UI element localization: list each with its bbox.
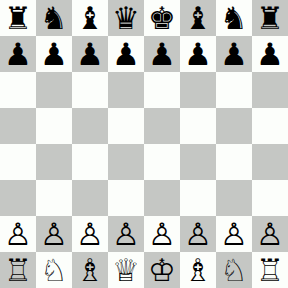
square-d2[interactable]: ♙	[108, 216, 144, 252]
square-d4[interactable]	[108, 144, 144, 180]
square-e8[interactable]: ♚	[144, 0, 180, 36]
square-g1[interactable]: ♘	[216, 252, 252, 288]
square-a1[interactable]: ♖	[0, 252, 36, 288]
piece-white-knight[interactable]: ♘	[220, 252, 248, 288]
square-c4[interactable]	[72, 144, 108, 180]
piece-white-pawn[interactable]: ♙	[40, 216, 68, 252]
square-c8[interactable]: ♝	[72, 0, 108, 36]
square-d8[interactable]: ♛	[108, 0, 144, 36]
square-e1[interactable]: ♔	[144, 252, 180, 288]
square-f6[interactable]	[180, 72, 216, 108]
piece-white-pawn[interactable]: ♙	[112, 216, 140, 252]
square-a3[interactable]	[0, 180, 36, 216]
square-a4[interactable]	[0, 144, 36, 180]
square-b3[interactable]	[36, 180, 72, 216]
square-e6[interactable]	[144, 72, 180, 108]
square-f8[interactable]: ♝	[180, 0, 216, 36]
square-h3[interactable]	[252, 180, 288, 216]
piece-black-queen[interactable]: ♛	[112, 0, 140, 36]
piece-black-knight[interactable]: ♞	[40, 0, 68, 36]
square-f2[interactable]: ♙	[180, 216, 216, 252]
square-h2[interactable]: ♙	[252, 216, 288, 252]
square-f5[interactable]	[180, 108, 216, 144]
square-e5[interactable]	[144, 108, 180, 144]
piece-white-queen[interactable]: ♕	[112, 252, 140, 288]
square-b4[interactable]	[36, 144, 72, 180]
square-a6[interactable]	[0, 72, 36, 108]
piece-white-rook[interactable]: ♖	[4, 252, 32, 288]
square-g7[interactable]: ♟	[216, 36, 252, 72]
piece-black-knight[interactable]: ♞	[220, 0, 248, 36]
square-h5[interactable]	[252, 108, 288, 144]
square-d5[interactable]	[108, 108, 144, 144]
square-a8[interactable]: ♜	[0, 0, 36, 36]
piece-black-pawn[interactable]: ♟	[148, 36, 176, 72]
square-c6[interactable]	[72, 72, 108, 108]
square-h4[interactable]	[252, 144, 288, 180]
square-d6[interactable]	[108, 72, 144, 108]
piece-black-bishop[interactable]: ♝	[76, 0, 104, 36]
square-b8[interactable]: ♞	[36, 0, 72, 36]
square-g8[interactable]: ♞	[216, 0, 252, 36]
square-h8[interactable]: ♜	[252, 0, 288, 36]
square-b1[interactable]: ♘	[36, 252, 72, 288]
square-f7[interactable]: ♟	[180, 36, 216, 72]
chess-board: ♜♞♝♛♚♝♞♜♟♟♟♟♟♟♟♟♙♙♙♙♙♙♙♙♖♘♗♕♔♗♘♖	[0, 0, 288, 288]
square-g2[interactable]: ♙	[216, 216, 252, 252]
piece-black-rook[interactable]: ♜	[4, 0, 32, 36]
square-e2[interactable]: ♙	[144, 216, 180, 252]
piece-white-pawn[interactable]: ♙	[184, 216, 212, 252]
piece-black-pawn[interactable]: ♟	[4, 36, 32, 72]
square-h6[interactable]	[252, 72, 288, 108]
square-c2[interactable]: ♙	[72, 216, 108, 252]
square-f3[interactable]	[180, 180, 216, 216]
piece-black-pawn[interactable]: ♟	[112, 36, 140, 72]
square-c5[interactable]	[72, 108, 108, 144]
square-g4[interactable]	[216, 144, 252, 180]
square-g5[interactable]	[216, 108, 252, 144]
piece-black-pawn[interactable]: ♟	[184, 36, 212, 72]
piece-white-pawn[interactable]: ♙	[148, 216, 176, 252]
piece-black-rook[interactable]: ♜	[256, 0, 284, 36]
square-d7[interactable]: ♟	[108, 36, 144, 72]
square-f1[interactable]: ♗	[180, 252, 216, 288]
piece-white-pawn[interactable]: ♙	[76, 216, 104, 252]
piece-black-pawn[interactable]: ♟	[220, 36, 248, 72]
square-c1[interactable]: ♗	[72, 252, 108, 288]
square-b5[interactable]	[36, 108, 72, 144]
square-b2[interactable]: ♙	[36, 216, 72, 252]
piece-white-pawn[interactable]: ♙	[4, 216, 32, 252]
piece-white-rook[interactable]: ♖	[256, 252, 284, 288]
square-g6[interactable]	[216, 72, 252, 108]
piece-black-pawn[interactable]: ♟	[40, 36, 68, 72]
square-a5[interactable]	[0, 108, 36, 144]
piece-white-pawn[interactable]: ♙	[256, 216, 284, 252]
piece-black-bishop[interactable]: ♝	[184, 0, 212, 36]
piece-white-king[interactable]: ♔	[148, 252, 176, 288]
square-d3[interactable]	[108, 180, 144, 216]
piece-white-bishop[interactable]: ♗	[184, 252, 212, 288]
piece-white-pawn[interactable]: ♙	[220, 216, 248, 252]
square-e3[interactable]	[144, 180, 180, 216]
square-a7[interactable]: ♟	[0, 36, 36, 72]
piece-white-bishop[interactable]: ♗	[76, 252, 104, 288]
square-b6[interactable]	[36, 72, 72, 108]
square-a2[interactable]: ♙	[0, 216, 36, 252]
square-e4[interactable]	[144, 144, 180, 180]
piece-black-king[interactable]: ♚	[148, 0, 176, 36]
piece-black-pawn[interactable]: ♟	[76, 36, 104, 72]
square-b7[interactable]: ♟	[36, 36, 72, 72]
square-h7[interactable]: ♟	[252, 36, 288, 72]
square-h1[interactable]: ♖	[252, 252, 288, 288]
piece-black-pawn[interactable]: ♟	[256, 36, 284, 72]
square-g3[interactable]	[216, 180, 252, 216]
square-f4[interactable]	[180, 144, 216, 180]
square-c7[interactable]: ♟	[72, 36, 108, 72]
square-d1[interactable]: ♕	[108, 252, 144, 288]
square-e7[interactable]: ♟	[144, 36, 180, 72]
piece-white-knight[interactable]: ♘	[40, 252, 68, 288]
square-c3[interactable]	[72, 180, 108, 216]
